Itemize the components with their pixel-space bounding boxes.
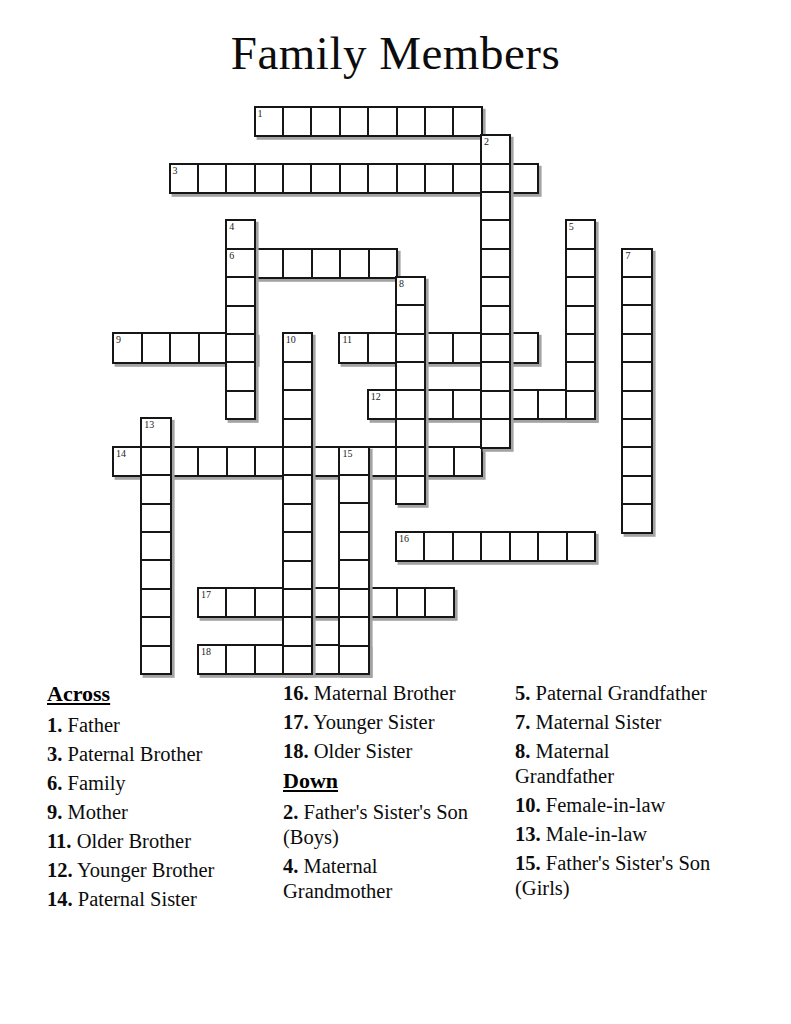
- crossword-cell[interactable]: [623, 475, 650, 503]
- clue-number: 8: [399, 279, 404, 289]
- crossword-cell[interactable]: [284, 560, 311, 588]
- crossword-cell[interactable]: [567, 333, 594, 361]
- crossword-cell[interactable]: [340, 531, 367, 559]
- word-16-across: [395, 531, 596, 562]
- crossword-cell[interactable]: [225, 646, 253, 673]
- crossword-cell[interactable]: [482, 418, 509, 446]
- clue-number: 7: [625, 251, 630, 261]
- word-15-down: [338, 446, 369, 675]
- crossword-cell[interactable]: [227, 333, 254, 361]
- crossword-cell[interactable]: [284, 474, 311, 502]
- crossword-cell[interactable]: [198, 334, 227, 361]
- crossword-cell[interactable]: [311, 589, 339, 616]
- word-17-across: [197, 587, 455, 618]
- clue-number: 16: [399, 534, 409, 544]
- clue-4: 4. Maternal Grandmother: [283, 854, 473, 904]
- clue-number: 4: [229, 222, 234, 232]
- crossword-cell[interactable]: [452, 165, 480, 192]
- crossword-cell[interactable]: [284, 645, 311, 673]
- crossword-cell[interactable]: [397, 475, 424, 503]
- clue-number: 10: [286, 335, 296, 345]
- crossword-cell[interactable]: [282, 250, 310, 277]
- clue-number: 17: [201, 590, 211, 600]
- crossword-cell[interactable]: [623, 446, 650, 474]
- crossword-cell[interactable]: [340, 645, 367, 673]
- crossword-cell[interactable]: [452, 334, 480, 361]
- clue-7: 7. Maternal Sister: [515, 710, 713, 735]
- crossword-cell[interactable]: [482, 219, 509, 247]
- clue-number: 13: [144, 420, 154, 430]
- crossword-cell[interactable]: [284, 531, 311, 559]
- clue-11: 11. Older Brother: [47, 829, 279, 854]
- clue-number: 11: [342, 335, 352, 345]
- crossword-cell[interactable]: [339, 165, 367, 192]
- crossword-cell[interactable]: [423, 533, 451, 560]
- word-2-down: [480, 134, 511, 448]
- crossword-cell[interactable]: [424, 391, 452, 418]
- crossword-cell[interactable]: [623, 304, 650, 332]
- crossword-cell[interactable]: [284, 389, 311, 417]
- crossword-cell[interactable]: [424, 589, 452, 616]
- crossword-cell[interactable]: [453, 448, 481, 475]
- crossword-cell[interactable]: [282, 108, 310, 135]
- clue-number: 6: [229, 251, 234, 261]
- crossword-cell[interactable]: [367, 589, 395, 616]
- crossword-cell[interactable]: [340, 616, 367, 644]
- crossword-cell[interactable]: [482, 333, 509, 361]
- clues-heading-down: Down: [283, 768, 473, 794]
- clue-9: 9. Mother: [47, 800, 279, 825]
- crossword-cell[interactable]: [424, 165, 452, 192]
- crossword-cell[interactable]: [340, 559, 367, 587]
- clue-14: 14. Paternal Sister: [47, 887, 279, 912]
- crossword-cell[interactable]: [142, 645, 169, 673]
- crossword-cell[interactable]: [340, 502, 367, 530]
- clue-13: 13. Male-in-law: [515, 822, 713, 847]
- word-10-down: [282, 332, 313, 675]
- crossword-cell[interactable]: [623, 361, 650, 389]
- crossword-cell[interactable]: [482, 276, 509, 304]
- clue-number: 5: [569, 222, 574, 232]
- crossword-cell[interactable]: [284, 361, 311, 389]
- crossword-cell[interactable]: [424, 108, 452, 135]
- crossword-cell[interactable]: [396, 165, 424, 192]
- clue-8: 8. Maternal Grandfather: [515, 739, 713, 789]
- crossword-cell[interactable]: [227, 276, 254, 304]
- clue-10: 10. Female-in-law: [515, 793, 713, 818]
- clue-number: 2: [484, 137, 489, 147]
- clue-number: 12: [371, 392, 381, 402]
- crossword-cell[interactable]: [482, 191, 509, 219]
- crossword-cell[interactable]: [311, 646, 339, 673]
- crossword-cell[interactable]: [396, 108, 424, 135]
- crossword-cell[interactable]: [397, 418, 424, 446]
- clue-number: 18: [201, 647, 211, 657]
- crossword-cell[interactable]: [482, 305, 509, 333]
- clue-number: 9: [116, 335, 121, 345]
- crossword-cell[interactable]: [225, 165, 253, 192]
- word-5-down: [565, 219, 596, 420]
- crossword-cell[interactable]: [424, 448, 452, 475]
- crossword-cell[interactable]: [339, 108, 367, 135]
- clue-number: 3: [173, 166, 178, 176]
- clue-column-3: 5. Paternal Grandfather7. Maternal Siste…: [515, 681, 713, 905]
- crossword-cell[interactable]: [142, 446, 169, 474]
- crossword-cell[interactable]: [623, 333, 650, 361]
- crossword-cell[interactable]: [282, 165, 310, 192]
- crossword-cell[interactable]: [169, 448, 197, 475]
- crossword-cell[interactable]: [424, 334, 452, 361]
- clue-number: 1: [258, 109, 263, 119]
- crossword-cell[interactable]: [142, 588, 169, 616]
- crossword-cell[interactable]: [197, 165, 225, 192]
- crossword-cell[interactable]: [623, 276, 650, 304]
- crossword-cell[interactable]: [254, 165, 282, 192]
- crossword-cell[interactable]: [226, 448, 254, 475]
- clue-number: 14: [116, 449, 126, 459]
- crossword-cell[interactable]: [452, 108, 480, 135]
- clues-heading-across: Across: [47, 681, 279, 707]
- crossword-cell[interactable]: [142, 474, 169, 502]
- crossword-cell[interactable]: [142, 531, 169, 559]
- crossword-cell[interactable]: [482, 361, 509, 389]
- crossword-cell[interactable]: [141, 334, 170, 361]
- crossword-cell[interactable]: [397, 446, 424, 474]
- crossword-board: 136911121416171824578101315: [0, 0, 791, 700]
- crossword-cell[interactable]: [227, 390, 254, 418]
- crossword-cell[interactable]: [567, 390, 594, 418]
- crossword-cell[interactable]: [254, 448, 282, 475]
- word-1-across: [254, 106, 483, 137]
- crossword-cell[interactable]: [340, 474, 367, 502]
- crossword-cell[interactable]: [254, 589, 282, 616]
- clue-15: 15. Father's Sister's Son (Girls): [515, 851, 713, 901]
- clue-number: 15: [342, 449, 352, 459]
- crossword-cell[interactable]: [480, 533, 508, 560]
- clue-column-1: Across1. Father3. Paternal Brother6. Fam…: [47, 681, 279, 916]
- crossword-cell[interactable]: [142, 503, 169, 531]
- clue-2: 2. Father's Sister's Son (Boys): [283, 800, 473, 850]
- crossword-cell[interactable]: [623, 390, 650, 418]
- crossword-cell[interactable]: [311, 448, 339, 475]
- crossword-cell[interactable]: [537, 533, 565, 560]
- crossword-cell[interactable]: [227, 305, 254, 333]
- word-8-down: [395, 276, 426, 505]
- crossword-cell[interactable]: [537, 391, 565, 418]
- crossword-cell[interactable]: [311, 250, 339, 277]
- word-7-down: [621, 248, 652, 534]
- clue-12: 12. Younger Brother: [47, 858, 279, 883]
- clue-column-2: 16. Maternal Brother17. Younger Sister18…: [283, 681, 473, 908]
- crossword-cell[interactable]: [284, 418, 311, 446]
- crossword-cell[interactable]: [509, 334, 537, 361]
- crossword-cell[interactable]: [396, 589, 424, 616]
- crossword-cell[interactable]: [367, 448, 395, 475]
- crossword-cell[interactable]: [340, 588, 367, 616]
- crossword-cell[interactable]: [227, 361, 254, 389]
- crossword-cell[interactable]: [567, 276, 594, 304]
- crossword-cell[interactable]: [397, 389, 424, 417]
- crossword-cell[interactable]: [623, 503, 650, 531]
- crossword-cell[interactable]: [509, 533, 537, 560]
- clue-5: 5. Paternal Grandfather: [515, 681, 713, 706]
- crossword-cell[interactable]: [567, 305, 594, 333]
- crossword-cell[interactable]: [567, 361, 594, 389]
- crossword-cell[interactable]: [368, 250, 396, 277]
- crossword-cell[interactable]: [452, 533, 480, 560]
- clue-1: 1. Father: [47, 713, 279, 738]
- crossword-cell[interactable]: [254, 250, 282, 277]
- crossword-cell[interactable]: [284, 588, 311, 616]
- crossword-cell[interactable]: [397, 333, 424, 361]
- clue-18: 18. Older Sister: [283, 739, 473, 764]
- crossword-cell[interactable]: [367, 165, 395, 192]
- crossword-cell[interactable]: [509, 391, 537, 418]
- crossword-cell[interactable]: [225, 589, 253, 616]
- crossword-cell[interactable]: [310, 108, 338, 135]
- crossword-cell[interactable]: [452, 391, 480, 418]
- crossword-cell[interactable]: [567, 248, 594, 276]
- crossword-cell[interactable]: [142, 559, 169, 587]
- clue-3: 3. Paternal Brother: [47, 742, 279, 767]
- crossword-cell[interactable]: [284, 446, 311, 474]
- crossword-cell[interactable]: [482, 163, 509, 191]
- crossword-cell[interactable]: [339, 250, 367, 277]
- crossword-cell[interactable]: [197, 448, 225, 475]
- crossword-cell[interactable]: [284, 503, 311, 531]
- clue-6: 6. Family: [47, 771, 279, 796]
- crossword-cell[interactable]: [397, 361, 424, 389]
- crossword-cell[interactable]: [509, 165, 537, 192]
- crossword-cell[interactable]: [367, 334, 395, 361]
- crossword-cell[interactable]: [482, 390, 509, 418]
- crossword-cell[interactable]: [623, 418, 650, 446]
- crossword-cell[interactable]: [310, 165, 338, 192]
- word-13-down: [140, 417, 171, 675]
- crossword-cell[interactable]: [169, 334, 198, 361]
- crossword-cell[interactable]: [142, 616, 169, 644]
- clue-16: 16. Maternal Brother: [283, 681, 473, 706]
- crossword-cell[interactable]: [566, 533, 594, 560]
- crossword-cell[interactable]: [367, 108, 395, 135]
- crossword-cell[interactable]: [482, 248, 509, 276]
- crossword-cell[interactable]: [397, 304, 424, 332]
- clue-17: 17. Younger Sister: [283, 710, 473, 735]
- crossword-cell[interactable]: [284, 616, 311, 644]
- crossword-cell[interactable]: [254, 646, 282, 673]
